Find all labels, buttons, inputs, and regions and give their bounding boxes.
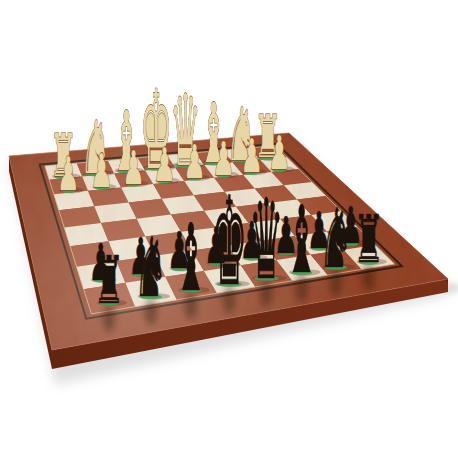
piece-glyph: ♚ xyxy=(211,170,247,312)
piece-glyph: ♝ xyxy=(174,203,207,312)
piece-black-knight-g8[interactable]: ♞ xyxy=(134,220,170,325)
piece-black-queen-d8[interactable]: ♛ xyxy=(249,175,287,307)
piece-black-bishop-f8[interactable]: ♝ xyxy=(174,203,209,319)
piece-black-king-e8[interactable]: ♚ xyxy=(211,170,249,313)
chess-board: ♜♞♝♛♚♟♝♟♞♟♜♟♟♟♟♟♟♟♟♟♜♟♞♟♝♟♛♟♚♝♞♜ xyxy=(0,0,458,458)
piece-glyph: ♟ xyxy=(153,137,176,192)
piece-glyph: ♜ xyxy=(94,241,125,317)
piece-white-pawn-d2[interactable]: ♟ xyxy=(183,134,209,189)
piece-glyph: ♟ xyxy=(268,126,291,181)
piece-white-pawn-g2[interactable]: ♟ xyxy=(90,143,116,198)
piece-glyph: ♝ xyxy=(285,186,318,295)
piece-glyph: ♛ xyxy=(249,175,284,305)
piece-glyph: ♟ xyxy=(57,147,80,202)
piece-black-bishop-c8[interactable]: ♝ xyxy=(285,186,320,302)
piece-glyph: ♟ xyxy=(122,140,145,195)
piece-white-pawn-a2[interactable]: ♟ xyxy=(268,126,294,181)
piece-white-pawn-h2[interactable]: ♟ xyxy=(57,147,83,202)
piece-glyph: ♟ xyxy=(90,143,113,198)
piece-white-pawn-f2[interactable]: ♟ xyxy=(122,140,148,195)
chess-board-photo: Glossy red briar wood chess board with S… xyxy=(0,0,458,458)
piece-glyph: ♜ xyxy=(353,200,384,276)
piece-glyph: ♞ xyxy=(134,220,168,315)
piece-white-pawn-e2[interactable]: ♟ xyxy=(153,137,179,192)
piece-black-knight-b8[interactable]: ♞ xyxy=(319,191,355,296)
piece-glyph: ♞ xyxy=(319,191,353,286)
piece-glyph: ♟ xyxy=(183,134,206,189)
